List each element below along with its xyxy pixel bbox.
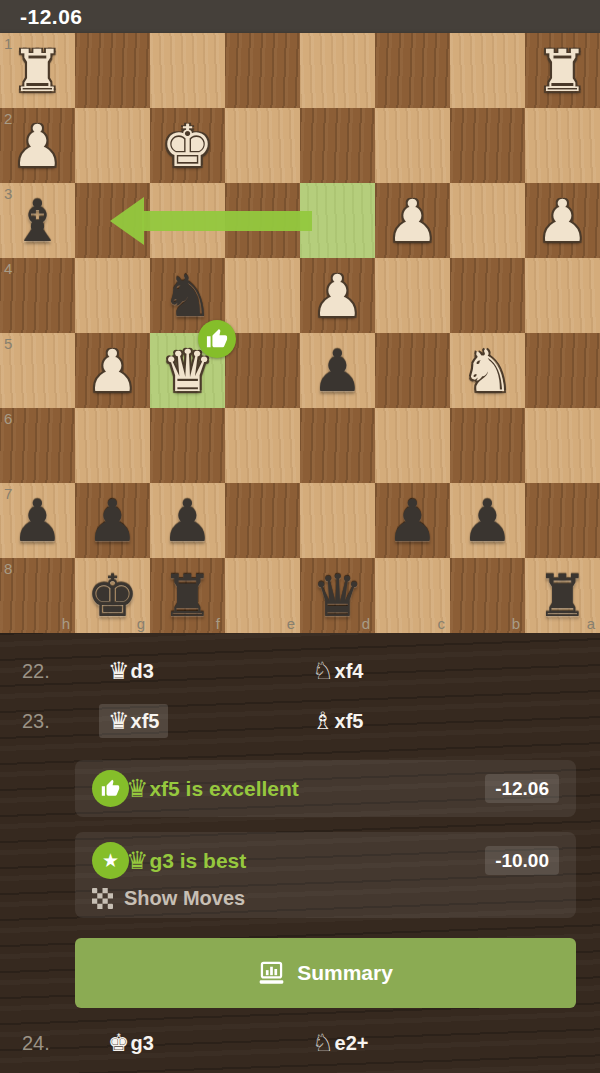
evaluation-badge: -10.00	[485, 846, 559, 875]
square-f2[interactable]: ♚	[150, 108, 225, 183]
piece-black-pawn: ♟	[75, 483, 150, 558]
square-b5[interactable]: ♞	[450, 333, 525, 408]
square-h6[interactable]: 6	[0, 408, 75, 483]
square-a8[interactable]: a♜	[525, 558, 600, 633]
rank-label: 7	[4, 485, 12, 502]
file-label: a	[587, 615, 595, 632]
thumbs-up-icon	[198, 320, 236, 358]
square-e6[interactable]	[225, 408, 300, 483]
star-icon: ★	[92, 842, 129, 879]
square-g5[interactable]: ♟	[75, 333, 150, 408]
annotation-text: ♛xf5 is excellent	[126, 760, 299, 817]
square-e7[interactable]	[225, 483, 300, 558]
square-b2[interactable]	[450, 108, 525, 183]
queen-figurine: ♛	[126, 848, 148, 873]
move-white-24[interactable]: ♚g3	[108, 1031, 154, 1055]
move-row-24: 24. ♚g3 ♘e2+	[0, 1022, 600, 1064]
move-number: 22.	[22, 660, 50, 683]
piece-white-rook: ♜	[525, 33, 600, 108]
move-text: g3	[131, 1032, 154, 1055]
piece-white-pawn: ♟	[525, 183, 600, 258]
square-h8[interactable]: 8h	[0, 558, 75, 633]
square-e1[interactable]	[225, 33, 300, 108]
square-c8[interactable]: c	[375, 558, 450, 633]
piece-white-pawn: ♟	[375, 183, 450, 258]
queen-figurine: ♛	[108, 659, 130, 683]
annotation-text: ♛g3 is best	[126, 832, 246, 889]
queen-figurine: ♛	[108, 709, 130, 733]
square-a7[interactable]	[525, 483, 600, 558]
square-g2[interactable]	[75, 108, 150, 183]
piece-white-pawn: ♟	[75, 333, 150, 408]
square-f7[interactable]: ♟	[150, 483, 225, 558]
square-d2[interactable]	[300, 108, 375, 183]
evaluation-bar: -12.06	[0, 0, 600, 33]
thumbs-up-icon	[92, 770, 129, 807]
file-label: g	[137, 615, 145, 632]
piece-black-pawn: ♟	[450, 483, 525, 558]
piece-black-pawn: ♟	[375, 483, 450, 558]
rank-label: 5	[4, 335, 12, 352]
square-a6[interactable]	[525, 408, 600, 483]
square-f8[interactable]: f♜	[150, 558, 225, 633]
square-e4[interactable]	[225, 258, 300, 333]
checkerboard-icon	[92, 888, 113, 909]
move-black-22[interactable]: ♘xf4	[312, 659, 363, 683]
summary-button[interactable]: Summary	[75, 938, 576, 1008]
piece-white-pawn: ♟	[300, 258, 375, 333]
square-h4[interactable]: 4	[0, 258, 75, 333]
chess-analysis-screen: -12.06 1♜♜2♟♚3♝♟♟4♞♟5♟♛♟♞67♟♟♟♟♟8hg♚f♜ed…	[0, 0, 600, 1073]
square-g8[interactable]: g♚	[75, 558, 150, 633]
square-f6[interactable]	[150, 408, 225, 483]
evaluation-badge: -12.06	[485, 774, 559, 803]
summary-label: Summary	[297, 961, 393, 985]
queen-figurine: ♛	[126, 776, 148, 801]
annotation-label: xf5 is excellent	[149, 777, 298, 801]
square-c2[interactable]	[375, 108, 450, 183]
move-text: e2+	[335, 1032, 369, 1055]
square-c5[interactable]	[375, 333, 450, 408]
evaluation-score: -12.06	[20, 5, 83, 29]
piece-white-king: ♚	[150, 108, 225, 183]
file-label: f	[216, 615, 220, 632]
rank-label: 4	[4, 260, 12, 277]
square-b7[interactable]: ♟	[450, 483, 525, 558]
bishop-figurine: ♗	[312, 709, 334, 733]
square-h7[interactable]: 7♟	[0, 483, 75, 558]
move-row-22: 22. ♛d3 ♘xf4	[0, 650, 600, 692]
king-figurine: ♚	[108, 1031, 130, 1055]
square-f1[interactable]	[150, 33, 225, 108]
annotation-best-move: ★ ♛g3 is best -10.00 Show Moves	[75, 832, 576, 918]
square-d4[interactable]: ♟	[300, 258, 375, 333]
piece-white-knight: ♞	[450, 333, 525, 408]
square-b4[interactable]	[450, 258, 525, 333]
best-move-arrow-shaft	[142, 211, 312, 231]
show-moves-button[interactable]: Show Moves	[92, 884, 245, 912]
square-h5[interactable]: 5	[0, 333, 75, 408]
square-b1[interactable]	[450, 33, 525, 108]
move-text: xf5	[131, 710, 160, 733]
file-label: e	[287, 615, 295, 632]
square-c1[interactable]	[375, 33, 450, 108]
square-c6[interactable]	[375, 408, 450, 483]
square-g7[interactable]: ♟	[75, 483, 150, 558]
square-e8[interactable]: e	[225, 558, 300, 633]
square-d5[interactable]: ♟	[300, 333, 375, 408]
rank-label: 6	[4, 410, 12, 427]
move-text: xf5	[335, 710, 364, 733]
square-g1[interactable]	[75, 33, 150, 108]
rank-label: 2	[4, 110, 12, 127]
square-c3[interactable]: ♟	[375, 183, 450, 258]
file-label: h	[62, 615, 70, 632]
square-e2[interactable]	[225, 108, 300, 183]
chess-board[interactable]: 1♜♜2♟♚3♝♟♟4♞♟5♟♛♟♞67♟♟♟♟♟8hg♚f♜ed♛cba♜	[0, 33, 600, 633]
square-d7[interactable]	[300, 483, 375, 558]
square-a4[interactable]	[525, 258, 600, 333]
move-row-23: 23. ♛xf5 ♗xf5	[0, 700, 600, 742]
square-h3[interactable]: 3♝	[0, 183, 75, 258]
square-h1[interactable]: 1♜	[0, 33, 75, 108]
piece-black-pawn: ♟	[300, 333, 375, 408]
square-a3[interactable]: ♟	[525, 183, 600, 258]
square-a2[interactable]	[525, 108, 600, 183]
move-black-23[interactable]: ♗xf5	[312, 709, 363, 733]
knight-figurine: ♘	[312, 659, 334, 683]
file-label: b	[512, 615, 520, 632]
square-d8[interactable]: d♛	[300, 558, 375, 633]
move-list-panel: 22. ♛d3 ♘xf4 23. ♛xf5 ♗xf5 ♛xf5 is excel…	[0, 633, 600, 1073]
annotation-label: g3 is best	[149, 849, 246, 873]
move-black-24[interactable]: ♘e2+	[312, 1031, 368, 1055]
square-d6[interactable]	[300, 408, 375, 483]
square-b8[interactable]: b	[450, 558, 525, 633]
move-number: 24.	[22, 1032, 50, 1055]
square-a1[interactable]: ♜	[525, 33, 600, 108]
piece-black-pawn: ♟	[150, 483, 225, 558]
square-a5[interactable]	[525, 333, 600, 408]
square-b6[interactable]	[450, 408, 525, 483]
square-g6[interactable]	[75, 408, 150, 483]
piece-black-rook: ♜	[150, 558, 225, 633]
annotation-excellent-move: ♛xf5 is excellent -12.06	[75, 760, 576, 817]
square-c7[interactable]: ♟	[375, 483, 450, 558]
move-white-22[interactable]: ♛d3	[108, 659, 154, 683]
rank-label: 1	[4, 35, 12, 52]
square-d1[interactable]	[300, 33, 375, 108]
square-b3[interactable]	[450, 183, 525, 258]
move-number: 23.	[22, 710, 50, 733]
square-e5[interactable]	[225, 333, 300, 408]
move-white-23[interactable]: ♛xf5	[99, 704, 168, 738]
square-g4[interactable]	[75, 258, 150, 333]
best-move-arrow-head	[110, 197, 144, 245]
file-label: c	[438, 615, 446, 632]
file-label: d	[362, 615, 370, 632]
rank-label: 8	[4, 560, 12, 577]
move-text: d3	[131, 660, 154, 683]
knight-figurine: ♘	[312, 1031, 334, 1055]
square-h2[interactable]: 2♟	[0, 108, 75, 183]
show-moves-label: Show Moves	[124, 887, 245, 910]
summary-chart-icon	[258, 961, 285, 986]
move-text: xf4	[335, 660, 364, 683]
rank-label: 3	[4, 185, 12, 202]
square-c4[interactable]	[375, 258, 450, 333]
